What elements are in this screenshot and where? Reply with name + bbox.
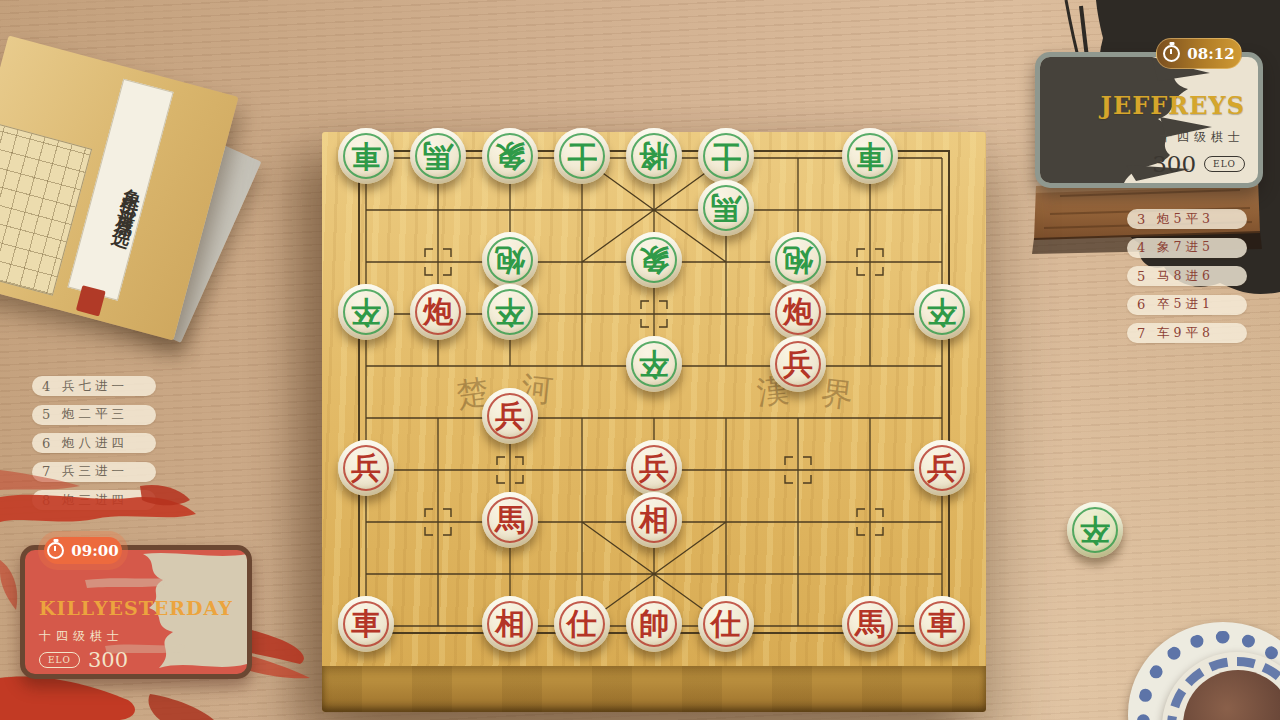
red-piece-車[interactable]: 車 [914,596,970,652]
green-move-row: 4象7进5 [1127,238,1247,258]
red-piece-兵[interactable]: 兵 [338,440,394,496]
player-rank-top: 十四级棋士 [1160,129,1245,146]
green-move-row: 6卒5进1 [1127,295,1247,315]
red-piece-仕[interactable]: 仕 [554,596,610,652]
green-move-row: 5马8进6 [1127,266,1247,286]
green-piece-士[interactable]: 士 [698,128,754,184]
green-piece-車[interactable]: 車 [338,128,394,184]
green-piece-將[interactable]: 將 [626,128,682,184]
timer-bottom: 09:00 [44,537,122,564]
green-piece-卒[interactable]: 卒 [338,284,394,340]
red-piece-炮[interactable]: 炮 [770,284,826,340]
green-piece-象[interactable]: 象 [482,128,538,184]
player-rank-bottom: 十四级棋士 [39,628,124,645]
board-grid: 楚 河 漢 界 [322,132,986,666]
green-piece-卒[interactable]: 卒 [914,284,970,340]
red-move-row: 8炮三进四 [32,490,156,510]
player-card-top: JEFFREYS 十四级棋士 300 ELO [1035,52,1263,188]
green-piece-炮[interactable]: 炮 [770,232,826,288]
green-piece-士[interactable]: 士 [554,128,610,184]
green-piece-馬[interactable]: 馬 [698,180,754,236]
green-piece-象[interactable]: 象 [626,232,682,288]
elo-badge-bottom: ELO [39,652,80,668]
red-piece-炮[interactable]: 炮 [410,284,466,340]
red-piece-兵[interactable]: 兵 [770,336,826,392]
red-move-row: 4兵七进一 [32,376,156,396]
green-piece-卒[interactable]: 卒 [482,284,538,340]
book-red-seal [76,285,106,316]
red-move-list: 4兵七进一5炮二平三6炮八进四7兵三进一8炮三进四 [32,376,156,519]
xiangqi-books: 象棋古谱残局选 人民体育出版社 [0,50,262,350]
red-move-row: 6炮八进四 [32,433,156,453]
red-move-row: 5炮二平三 [32,405,156,425]
red-piece-馬[interactable]: 馬 [842,596,898,652]
red-piece-車[interactable]: 車 [338,596,394,652]
red-piece-兵[interactable]: 兵 [482,388,538,444]
red-piece-相[interactable]: 相 [482,596,538,652]
green-piece-馬[interactable]: 馬 [410,128,466,184]
green-move-row: 3炮5平3 [1127,209,1247,229]
red-piece-仕[interactable]: 仕 [698,596,754,652]
board-front-edge [322,666,986,712]
elo-badge-top: ELO [1204,156,1245,172]
red-piece-馬[interactable]: 馬 [482,492,538,548]
player-elo-top: 300 [1152,151,1196,177]
book-title-label: 象棋古谱残局选 [67,79,173,301]
green-move-row: 7车9平8 [1127,323,1247,343]
green-piece-炮[interactable]: 炮 [482,232,538,288]
river-char-jie: 界 [819,373,855,415]
red-piece-帥[interactable]: 帥 [626,596,682,652]
stopwatch-icon [1163,45,1180,62]
red-piece-兵[interactable]: 兵 [626,440,682,496]
book-top: 象棋古谱残局选 人民体育出版社 [0,35,239,340]
timer-top: 08:12 [1156,38,1242,69]
player-card-bottom: KILLYESTERDAY 十四级棋士 ELO 300 [20,545,252,679]
green-piece-車[interactable]: 車 [842,128,898,184]
red-piece-相[interactable]: 相 [626,492,682,548]
green-piece-卒[interactable]: 卒 [626,336,682,392]
teacup [1128,622,1280,720]
red-move-row: 7兵三进一 [32,462,156,482]
green-piece-卒-captured: 卒 [1067,502,1123,558]
player-name-top: JEFFREYS [1101,91,1245,120]
timer-bottom-value: 09:00 [71,542,118,560]
stopwatch-icon [47,542,64,559]
green-move-list: 3炮5平34象7进55马8进66卒5进17车9平8 [1127,209,1247,352]
tea [1183,670,1280,720]
timer-top-value: 08:12 [1187,45,1234,63]
player-elo-bottom: 300 [88,648,128,672]
player-name-bottom: KILLYESTERDAY [39,597,233,619]
red-piece-兵[interactable]: 兵 [914,440,970,496]
